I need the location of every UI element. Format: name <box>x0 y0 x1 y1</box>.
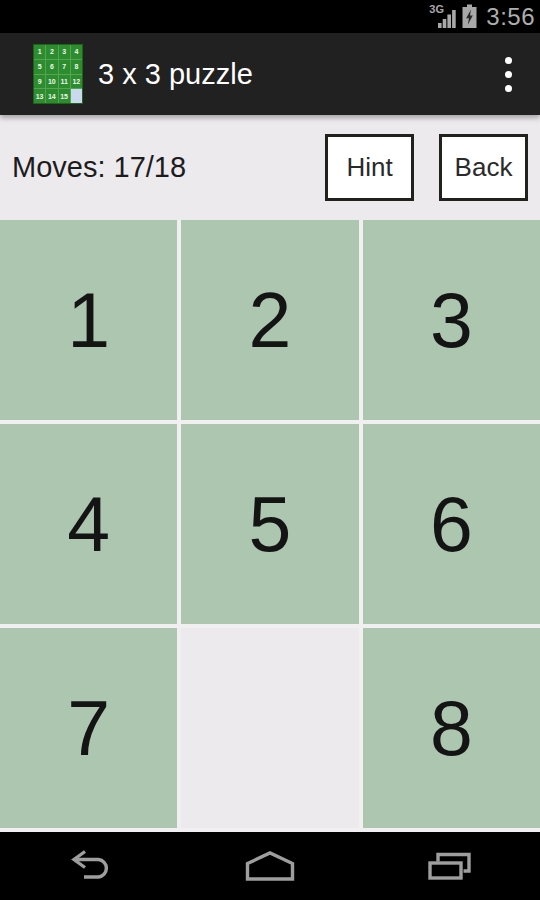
app-icon-grid: 123456789101112131415 <box>33 44 83 104</box>
app-icon-cell: 15 <box>59 89 70 103</box>
app-icon-cell: 2 <box>46 45 57 59</box>
nav-home-button[interactable] <box>180 832 360 900</box>
battery-charging-icon <box>461 4 478 29</box>
tile-1[interactable]: 1 <box>0 220 177 420</box>
tile-5[interactable]: 5 <box>181 424 358 624</box>
clock-time: 3:56 <box>486 5 535 29</box>
nav-back-button[interactable] <box>0 832 180 900</box>
app-bar: 123456789101112131415 3 x 3 puzzle <box>0 33 540 115</box>
app-icon-cell: 9 <box>34 75 45 89</box>
cell-signal: 3G <box>429 4 456 30</box>
app-icon-cell: 11 <box>59 75 70 89</box>
overflow-dot <box>505 57 512 64</box>
tile-4[interactable]: 4 <box>0 424 177 624</box>
app-icon-cell: 7 <box>59 60 70 74</box>
moves-counter: Moves: 17/18 <box>12 151 186 184</box>
tile-6[interactable]: 6 <box>363 424 540 624</box>
app-icon-cell: 13 <box>34 89 45 103</box>
tile-3[interactable]: 3 <box>363 220 540 420</box>
app-icon-cell: 8 <box>71 60 82 74</box>
navigation-bar <box>0 832 540 900</box>
recent-apps-icon <box>427 851 473 881</box>
app-icon-cell: 5 <box>34 60 45 74</box>
back-button[interactable]: Back <box>439 134 528 201</box>
tile-7[interactable]: 7 <box>0 628 177 828</box>
nav-recents-button[interactable] <box>360 832 540 900</box>
signal-strength-icon <box>438 10 456 28</box>
puzzle-board: 12345678 <box>0 220 540 832</box>
app-icon-cell: 3 <box>59 45 70 59</box>
tile-2[interactable]: 2 <box>181 220 358 420</box>
phone-screen: 3G 3:56 123456789101112131415 3 x 3 puzz… <box>0 0 540 900</box>
app-icon-cell: 6 <box>46 60 57 74</box>
hint-button[interactable]: Hint <box>325 134 414 201</box>
overflow-menu-button[interactable] <box>499 51 518 98</box>
app-icon-blank-cell <box>71 89 82 103</box>
app-icon-cell: 4 <box>71 45 82 59</box>
home-icon <box>245 851 295 881</box>
app-icon-cell: 1 <box>34 45 45 59</box>
overflow-dot <box>505 85 512 92</box>
back-arrow-icon <box>67 850 113 882</box>
app-title: 3 x 3 puzzle <box>98 58 253 91</box>
app-icon-cell: 10 <box>46 75 57 89</box>
tile-8[interactable]: 8 <box>363 628 540 828</box>
empty-cell <box>181 628 358 828</box>
overflow-dot <box>505 71 512 78</box>
app-icon-cell: 12 <box>71 75 82 89</box>
controls-row: Moves: 17/18 Hint Back <box>0 115 540 220</box>
app-icon-cell: 14 <box>46 89 57 103</box>
status-bar: 3G 3:56 <box>0 0 540 33</box>
